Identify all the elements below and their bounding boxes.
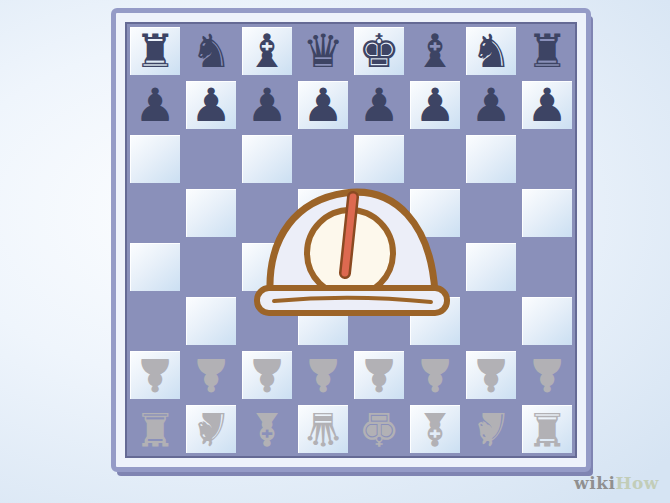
square-g6 [463, 132, 519, 186]
square-d1: ♛ [295, 402, 351, 456]
square-c1: ♝ [239, 402, 295, 456]
black-pawn: ♟ [302, 82, 343, 128]
square-g4 [463, 240, 519, 294]
illustration-canvas: ♜♞♝♛♚♝♞♜♟♟♟♟♟♟♟♟♟♟♟♟♟♟♟♟♜♞♝♛♚♝♞♜ wikiHow [0, 0, 670, 503]
black-pawn: ♟ [134, 82, 175, 128]
black-bishop: ♝ [414, 28, 455, 74]
square-f2: ♟ [407, 348, 463, 402]
square-b1: ♞ [183, 402, 239, 456]
square-d7: ♟ [295, 78, 351, 132]
square-h8: ♜ [519, 24, 575, 78]
white-pawn: ♟ [470, 352, 511, 398]
black-pawn: ♟ [414, 82, 455, 128]
light-square-tile [522, 189, 572, 237]
square-a5 [127, 186, 183, 240]
black-pawn: ♟ [526, 82, 567, 128]
black-rook: ♜ [134, 28, 175, 74]
white-pawn: ♟ [246, 352, 287, 398]
square-d2: ♟ [295, 348, 351, 402]
square-h5 [519, 186, 575, 240]
square-g8: ♞ [463, 24, 519, 78]
square-a6 [127, 132, 183, 186]
light-square-tile [130, 243, 180, 291]
black-king: ♚ [358, 28, 399, 74]
square-e8: ♚ [351, 24, 407, 78]
square-h2: ♟ [519, 348, 575, 402]
square-h3 [519, 294, 575, 348]
light-square-tile [130, 135, 180, 183]
white-pawn: ♟ [134, 352, 175, 398]
white-knight: ♞ [470, 406, 511, 452]
square-h1: ♜ [519, 402, 575, 456]
black-rook: ♜ [526, 28, 567, 74]
square-c2: ♟ [239, 348, 295, 402]
square-a7: ♟ [127, 78, 183, 132]
wikihow-watermark: wikiHow [574, 473, 659, 493]
square-e7: ♟ [351, 78, 407, 132]
square-c7: ♟ [239, 78, 295, 132]
light-square-tile [466, 135, 516, 183]
square-b8: ♞ [183, 24, 239, 78]
black-knight: ♞ [190, 28, 231, 74]
white-pawn: ♟ [302, 352, 343, 398]
square-g7: ♟ [463, 78, 519, 132]
light-square-tile [522, 297, 572, 345]
square-a2: ♟ [127, 348, 183, 402]
light-square-tile [466, 243, 516, 291]
black-pawn: ♟ [358, 82, 399, 128]
white-pawn: ♟ [190, 352, 231, 398]
white-pawn: ♟ [414, 352, 455, 398]
square-e2: ♟ [351, 348, 407, 402]
black-pawn: ♟ [190, 82, 231, 128]
square-e1: ♚ [351, 402, 407, 456]
helmet-illustration [247, 174, 457, 320]
white-knight: ♞ [190, 406, 231, 452]
white-pawn: ♟ [526, 352, 567, 398]
white-rook: ♜ [134, 406, 175, 452]
white-bishop: ♝ [246, 406, 287, 452]
square-c8: ♝ [239, 24, 295, 78]
square-a3 [127, 294, 183, 348]
white-king: ♚ [358, 406, 399, 452]
white-queen: ♛ [302, 406, 343, 452]
square-h6 [519, 132, 575, 186]
square-d8: ♛ [295, 24, 351, 78]
square-b7: ♟ [183, 78, 239, 132]
black-pawn: ♟ [470, 82, 511, 128]
square-g1: ♞ [463, 402, 519, 456]
white-bishop: ♝ [414, 406, 455, 452]
square-f8: ♝ [407, 24, 463, 78]
square-f1: ♝ [407, 402, 463, 456]
square-f7: ♟ [407, 78, 463, 132]
square-a1: ♜ [127, 402, 183, 456]
square-b2: ♟ [183, 348, 239, 402]
square-a8: ♜ [127, 24, 183, 78]
square-b6 [183, 132, 239, 186]
square-h7: ♟ [519, 78, 575, 132]
square-g3 [463, 294, 519, 348]
square-b3 [183, 294, 239, 348]
black-bishop: ♝ [246, 28, 287, 74]
square-a4 [127, 240, 183, 294]
light-square-tile [186, 297, 236, 345]
black-pawn: ♟ [246, 82, 287, 128]
white-pawn: ♟ [358, 352, 399, 398]
square-b5 [183, 186, 239, 240]
square-b4 [183, 240, 239, 294]
light-square-tile [186, 189, 236, 237]
black-knight: ♞ [470, 28, 511, 74]
watermark-wiki: wiki [574, 473, 615, 493]
watermark-how: How [615, 473, 659, 493]
black-queen: ♛ [302, 28, 343, 74]
square-g2: ♟ [463, 348, 519, 402]
white-rook: ♜ [526, 406, 567, 452]
square-h4 [519, 240, 575, 294]
square-g5 [463, 186, 519, 240]
